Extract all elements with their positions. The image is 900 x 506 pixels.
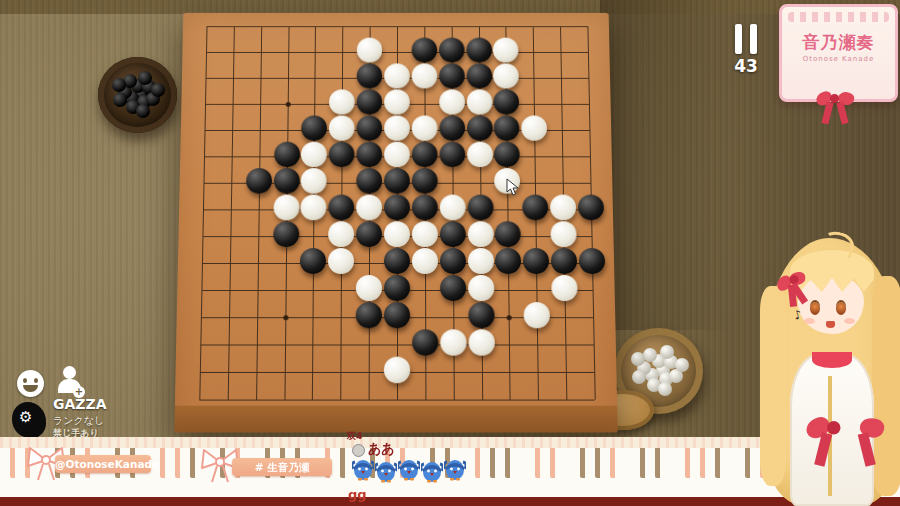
grid-line [200,344,593,345]
white-stone-12-3 [493,63,519,88]
penguin-emote-icon [352,457,374,481]
white-stone-8-14 [384,357,410,384]
bowl-stone [631,352,645,366]
penguin-emote-icon [444,457,466,481]
white-stone-5-6 [301,142,327,167]
white-stone-13-5 [521,115,547,140]
white-stone-9-10 [412,248,438,274]
mouth [826,321,835,328]
chat-message-gg: gg [348,487,367,502]
black-stone-11-12 [468,302,494,328]
black-stone-8-12 [384,302,410,328]
black-stone-7-3 [357,63,383,88]
black-stone-14-10 [551,248,577,274]
black-stone-9-6 [412,142,438,167]
white-stone-8-3 [384,63,410,88]
white-stone-6-10 [328,248,354,274]
black-stone-4-9 [273,221,299,247]
penguin-emote-icon [375,459,397,483]
bowl-stone [112,78,126,92]
black-stone-bowl [98,57,177,133]
black-stone-9-8 [412,195,438,221]
white-stone-10-4 [439,89,465,114]
white-stone-9-9 [412,221,438,247]
black-stone-11-2 [466,38,492,63]
white-stone-7-8 [356,195,382,221]
black-stone-3-7 [246,168,272,194]
black-stone-9-2 [411,38,437,63]
piano-white-key [555,448,571,498]
eye [836,302,846,315]
chat-message: ああ [368,440,395,458]
black-stone-10-10 [440,248,466,274]
white-stone-14-8 [550,195,576,221]
emote-button[interactable] [17,370,44,397]
black-stone-4-7 [273,168,299,194]
black-stone-5-5 [302,115,328,140]
white-stone-11-13 [468,329,494,355]
white-stone-6-4 [329,89,355,114]
white-stone-11-9 [467,221,493,247]
bowl-stone [658,382,672,396]
move-counter: 43 [723,56,769,76]
white-stone-5-7 [301,168,327,194]
black-stone-7-4 [357,89,383,114]
piano-white-key [510,448,526,498]
white-stone-7-11 [356,275,382,301]
mouse-cursor-icon [506,178,522,196]
black-stone-12-10 [495,248,521,274]
add-player-button[interactable]: + [55,366,85,398]
pause-button[interactable] [735,24,757,54]
penguin-emote-icon [421,459,443,483]
black-stone-8-8 [384,195,410,221]
chest-ribbon-icon [806,412,884,502]
opponent-avatar: ⚙ [12,402,46,438]
opponent-name: GAZZA [53,396,106,412]
black-stone-10-6 [439,142,465,167]
black-stone-4-6 [274,142,300,167]
black-stone-12-5 [494,115,520,140]
white-stone-14-9 [551,221,577,247]
black-stone-13-8 [522,195,548,221]
black-stone-7-5 [357,115,383,140]
board-grid[interactable] [199,26,594,399]
star-point [507,315,512,320]
black-stone-15-10 [579,248,606,274]
white-stone-8-4 [384,89,410,114]
black-stone-7-6 [357,142,383,167]
star-point [285,102,290,107]
black-stone-13-10 [523,248,549,274]
bowl-stone [151,83,165,97]
white-stone-5-8 [301,195,327,221]
black-stone-6-6 [329,142,355,167]
black-stone-15-8 [578,195,604,221]
white-stone-8-9 [384,221,410,247]
game-screen: 43 音乃瀬奏 Otonose Kanade + ⚙ GAZZA ランクなし 禁… [0,0,900,506]
black-stone-11-5 [467,115,493,140]
black-stone-10-5 [439,115,465,140]
white-stone-9-3 [412,63,438,88]
bowl-stone [643,348,657,362]
black-stone-11-8 [467,195,493,221]
white-stone-8-6 [384,142,410,167]
bowl-stone [632,370,646,384]
chat-avatar-icon [352,444,365,457]
black-stone-8-10 [384,248,410,274]
white-stone-10-8 [439,195,465,221]
logo-decoration [788,12,889,22]
black-stone-10-3 [439,63,465,88]
eye [810,302,820,315]
white-stone-6-9 [328,221,354,247]
piano-white-key [720,448,736,498]
white-stone-11-10 [467,248,493,274]
black-stone-9-7 [412,168,438,194]
board-shadow [600,0,730,330]
white-stone-8-5 [384,115,410,140]
handle-tag: @OtonoseKanade [55,455,151,473]
black-stone-5-10 [300,248,326,274]
white-stone-11-11 [468,275,494,301]
logo-title: 音乃瀬奏 [782,31,895,54]
grid-line [199,400,594,401]
black-stone-9-13 [412,329,438,355]
black-stone-8-11 [384,275,410,301]
go-board[interactable] [174,13,617,433]
black-stone-8-7 [384,168,410,194]
black-stone-12-6 [494,142,520,167]
white-stone-4-8 [273,195,299,221]
board-wood [174,13,617,433]
white-stone-10-13 [440,329,466,355]
black-stone-12-9 [495,221,521,247]
logo-subtitle: Otonose Kanade [782,55,895,63]
star-point [283,315,288,320]
vtuber-character: ♪ [760,226,900,506]
ribbon-bow-icon [816,88,854,128]
white-stone-14-11 [551,275,578,301]
white-stone-11-4 [466,89,492,114]
white-stone-6-5 [329,115,355,140]
white-stone-12-2 [493,38,519,63]
black-stone-10-2 [439,38,465,63]
chat-username-partial: 双4 [347,430,362,443]
black-stone-10-9 [440,221,466,247]
white-stone-13-12 [524,302,551,328]
black-stone-12-4 [494,89,520,114]
piano-white-key [615,448,631,498]
bowl-stone [136,104,150,118]
piano-white-key [660,448,676,498]
black-stone-7-12 [356,302,382,328]
opponent-rank: ランクなし [53,414,104,428]
gear-icon: ⚙ [19,410,32,425]
white-stone-9-5 [412,115,438,140]
black-stone-6-8 [329,195,355,221]
black-stone-7-7 [356,168,382,194]
white-stone-7-2 [357,38,383,63]
black-stone-7-9 [356,221,382,247]
white-stone-11-6 [467,142,493,167]
bowl-stone [675,358,689,372]
black-stone-10-11 [440,275,466,301]
hashtag-tag: # 生音乃瀬 [232,458,332,476]
penguin-emote-icon [398,457,420,481]
black-stone-11-3 [466,63,492,88]
